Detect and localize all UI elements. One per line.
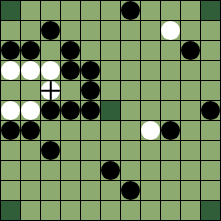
- white-defender-stone[interactable]: [1, 61, 20, 80]
- board-cell-r10c3[interactable]: [61, 201, 80, 220]
- board-cell-r9c3[interactable]: [61, 181, 80, 200]
- board-cell-r6c6[interactable]: [121, 121, 140, 140]
- board-cell-r8c2[interactable]: [41, 161, 60, 180]
- black-attacker-stone[interactable]: [61, 101, 80, 120]
- board-cell-r0c8[interactable]: [161, 1, 180, 20]
- board-cell-r8c6[interactable]: [121, 161, 140, 180]
- board-cell-r7c6[interactable]: [121, 141, 140, 160]
- board-cell-r3c2[interactable]: [41, 61, 60, 80]
- board-cell-r5c9[interactable]: [181, 101, 200, 120]
- board-cell-r6c10[interactable]: [201, 121, 220, 140]
- board-cell-r9c9[interactable]: [181, 181, 200, 200]
- board-cell-r3c0[interactable]: [1, 61, 20, 80]
- black-attacker-stone[interactable]: [41, 141, 60, 160]
- board-cell-r6c8[interactable]: [161, 121, 180, 140]
- board-cell-r3c4[interactable]: [81, 61, 100, 80]
- board-cell-r2c3[interactable]: [61, 41, 80, 60]
- board-cell-r7c4[interactable]: [81, 141, 100, 160]
- board-cell-r7c2[interactable]: [41, 141, 60, 160]
- board-cell-r6c4[interactable]: [81, 121, 100, 140]
- black-attacker-stone[interactable]: [161, 121, 180, 140]
- black-attacker-stone[interactable]: [1, 41, 20, 60]
- board-cell-r7c9[interactable]: [181, 141, 200, 160]
- board-cell-r4c10[interactable]: [201, 81, 220, 100]
- board-cell-r4c6[interactable]: [121, 81, 140, 100]
- board-cell-r7c0[interactable]: [1, 141, 20, 160]
- board-cell-r1c0[interactable]: [1, 21, 20, 40]
- board-cell-r4c4[interactable]: [81, 81, 100, 100]
- board-cell-r1c4[interactable]: [81, 21, 100, 40]
- board-cell-r0c2[interactable]: [41, 1, 60, 20]
- board-cell-r3c1[interactable]: [21, 61, 40, 80]
- board-cell-r2c0[interactable]: [1, 41, 20, 60]
- board-cell-r0c1[interactable]: [21, 1, 40, 20]
- board-cell-r6c1[interactable]: [21, 121, 40, 140]
- white-defender-stone[interactable]: [1, 101, 20, 120]
- white-defender-stone[interactable]: [21, 61, 40, 80]
- board-cell-r7c1[interactable]: [21, 141, 40, 160]
- white-defender-stone[interactable]: [21, 101, 40, 120]
- board-cell-r6c0[interactable]: [1, 121, 20, 140]
- board-cell-r9c6[interactable]: [121, 181, 140, 200]
- board-cell-r4c7[interactable]: [141, 81, 160, 100]
- board-cell-r2c4[interactable]: [81, 41, 100, 60]
- board-cell-r2c8[interactable]: [161, 41, 180, 60]
- board-cell-r3c6[interactable]: [121, 61, 140, 80]
- board-cell-r8c9[interactable]: [181, 161, 200, 180]
- board-cell-r8c0[interactable]: [1, 161, 20, 180]
- board-cell-r10c4[interactable]: [81, 201, 100, 220]
- board-cell-r4c1[interactable]: [21, 81, 40, 100]
- board-cell-r2c1[interactable]: [21, 41, 40, 60]
- board-cell-r9c5[interactable]: [101, 181, 120, 200]
- black-attacker-stone[interactable]: [201, 101, 220, 120]
- board-cell-r2c2[interactable]: [41, 41, 60, 60]
- white-defender-stone[interactable]: [41, 61, 60, 80]
- board-cell-r10c9[interactable]: [181, 201, 200, 220]
- black-attacker-stone[interactable]: [81, 61, 100, 80]
- corner-cell-r0c10[interactable]: [201, 1, 220, 20]
- board-cell-r7c7[interactable]: [141, 141, 160, 160]
- board-cell-r6c2[interactable]: [41, 121, 60, 140]
- board-cell-r4c0[interactable]: [1, 81, 20, 100]
- board-cell-r8c5[interactable]: [101, 161, 120, 180]
- board-cell-r8c4[interactable]: [81, 161, 100, 180]
- board-cell-r1c8[interactable]: [161, 21, 180, 40]
- board-cell-r8c8[interactable]: [161, 161, 180, 180]
- board-cell-r10c2[interactable]: [41, 201, 60, 220]
- board-cell-r9c1[interactable]: [21, 181, 40, 200]
- board-cell-r2c9[interactable]: [181, 41, 200, 60]
- board-cell-r3c9[interactable]: [181, 61, 200, 80]
- board-cell-r9c7[interactable]: [141, 181, 160, 200]
- board-cell-r8c3[interactable]: [61, 161, 80, 180]
- board-cell-r10c1[interactable]: [21, 201, 40, 220]
- board-cell-r1c6[interactable]: [121, 21, 140, 40]
- board-cell-r0c5[interactable]: [101, 1, 120, 20]
- board-cell-r10c8[interactable]: [161, 201, 180, 220]
- board-cell-r1c7[interactable]: [141, 21, 160, 40]
- board-cell-r3c7[interactable]: [141, 61, 160, 80]
- corner-cell-r10c10[interactable]: [201, 201, 220, 220]
- board-cell-r8c1[interactable]: [21, 161, 40, 180]
- board-cell-r5c10[interactable]: [201, 101, 220, 120]
- board-cell-r8c7[interactable]: [141, 161, 160, 180]
- board-cell-r4c8[interactable]: [161, 81, 180, 100]
- board-cell-r6c7[interactable]: [141, 121, 160, 140]
- board-cell-r1c1[interactable]: [21, 21, 40, 40]
- corner-cell-r10c0[interactable]: [1, 201, 20, 220]
- board-cell-r5c8[interactable]: [161, 101, 180, 120]
- board-cell-r3c5[interactable]: [101, 61, 120, 80]
- board-cell-r6c5[interactable]: [101, 121, 120, 140]
- black-attacker-stone[interactable]: [1, 121, 20, 140]
- board-cell-r5c2[interactable]: [41, 101, 60, 120]
- black-attacker-stone[interactable]: [41, 21, 60, 40]
- board-cell-r3c3[interactable]: [61, 61, 80, 80]
- board-cell-r1c10[interactable]: [201, 21, 220, 40]
- black-attacker-stone[interactable]: [81, 81, 100, 100]
- board-cell-r5c3[interactable]: [61, 101, 80, 120]
- black-attacker-stone[interactable]: [61, 61, 80, 80]
- board-cell-r1c3[interactable]: [61, 21, 80, 40]
- board-cell-r3c8[interactable]: [161, 61, 180, 80]
- board-cell-r7c5[interactable]: [101, 141, 120, 160]
- board-cell-r4c9[interactable]: [181, 81, 200, 100]
- board-cell-r9c10[interactable]: [201, 181, 220, 200]
- black-attacker-stone[interactable]: [101, 161, 120, 180]
- board-cell-r1c2[interactable]: [41, 21, 60, 40]
- black-attacker-stone[interactable]: [21, 121, 40, 140]
- board-cell-r10c5[interactable]: [101, 201, 120, 220]
- board-cell-r5c4[interactable]: [81, 101, 100, 120]
- board-cell-r0c3[interactable]: [61, 1, 80, 20]
- board-cell-r7c10[interactable]: [201, 141, 220, 160]
- black-attacker-stone[interactable]: [181, 41, 200, 60]
- board-cell-r9c8[interactable]: [161, 181, 180, 200]
- board-cell-r2c6[interactable]: [121, 41, 140, 60]
- board-cell-r1c5[interactable]: [101, 21, 120, 40]
- black-attacker-stone[interactable]: [121, 1, 140, 20]
- board-cell-r6c9[interactable]: [181, 121, 200, 140]
- black-attacker-stone[interactable]: [121, 181, 140, 200]
- board-cell-r6c3[interactable]: [61, 121, 80, 140]
- board-cell-r8c10[interactable]: [201, 161, 220, 180]
- white-defender-stone[interactable]: [141, 121, 160, 140]
- white-defender-stone[interactable]: [161, 21, 180, 40]
- black-attacker-stone[interactable]: [21, 41, 40, 60]
- black-attacker-stone[interactable]: [81, 101, 100, 120]
- white-king-stone[interactable]: [41, 81, 60, 100]
- board-cell-r5c6[interactable]: [121, 101, 140, 120]
- board-cell-r7c3[interactable]: [61, 141, 80, 160]
- board-cell-r2c5[interactable]: [101, 41, 120, 60]
- board-cell-r10c6[interactable]: [121, 201, 140, 220]
- throne-cell-r5c5[interactable]: [101, 101, 120, 120]
- board-cell-r5c1[interactable]: [21, 101, 40, 120]
- board-cell-r5c0[interactable]: [1, 101, 20, 120]
- board-cell-r3c10[interactable]: [201, 61, 220, 80]
- board-cell-r0c9[interactable]: [181, 1, 200, 20]
- board-cell-r2c7[interactable]: [141, 41, 160, 60]
- board-cell-r9c2[interactable]: [41, 181, 60, 200]
- board-cell-r2c10[interactable]: [201, 41, 220, 60]
- board-cell-r10c7[interactable]: [141, 201, 160, 220]
- board-cell-r9c4[interactable]: [81, 181, 100, 200]
- black-attacker-stone[interactable]: [61, 41, 80, 60]
- board-cell-r0c6[interactable]: [121, 1, 140, 20]
- board-cell-r5c7[interactable]: [141, 101, 160, 120]
- board-cell-r4c2[interactable]: [41, 81, 60, 100]
- board-cell-r7c8[interactable]: [161, 141, 180, 160]
- corner-cell-r0c0[interactable]: [1, 1, 20, 20]
- board-cell-r4c3[interactable]: [61, 81, 80, 100]
- board-cell-r0c7[interactable]: [141, 1, 160, 20]
- black-attacker-stone[interactable]: [41, 101, 60, 120]
- hnefatafl-board: [0, 0, 221, 221]
- board-cell-r1c9[interactable]: [181, 21, 200, 40]
- board-cell-r4c5[interactable]: [101, 81, 120, 100]
- board-cell-r9c0[interactable]: [1, 181, 20, 200]
- board-cell-r0c4[interactable]: [81, 1, 100, 20]
